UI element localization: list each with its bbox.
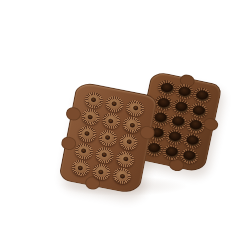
mold-cavity <box>192 86 213 104</box>
mold-dome <box>80 107 101 126</box>
mold-cavity <box>161 143 182 161</box>
mold-cavity <box>174 83 195 101</box>
mold-dome <box>104 95 125 114</box>
mold-cavity <box>168 113 189 131</box>
mold-cavity <box>188 102 209 120</box>
mold-dome <box>73 141 94 160</box>
mold-dome <box>119 133 140 152</box>
mold-dome <box>122 116 143 135</box>
mold-cavity <box>171 98 192 116</box>
mold-dome <box>91 162 112 181</box>
mold-dome <box>83 91 104 110</box>
mold-dome <box>70 158 91 177</box>
mold-dome <box>101 112 122 131</box>
mold-cavity <box>156 79 177 97</box>
mold-dome <box>112 166 133 185</box>
mold-cavity <box>164 128 185 146</box>
product-photo <box>0 0 250 250</box>
mold-dome <box>77 124 98 143</box>
mold-cavity <box>185 117 206 135</box>
dome-grid <box>59 82 156 194</box>
mold-dome <box>115 150 136 169</box>
mold-dome <box>98 128 119 147</box>
mold-cavity <box>179 147 200 165</box>
mold-cavity <box>182 132 203 150</box>
mold-dome <box>125 99 146 118</box>
mold-dome <box>94 145 115 164</box>
